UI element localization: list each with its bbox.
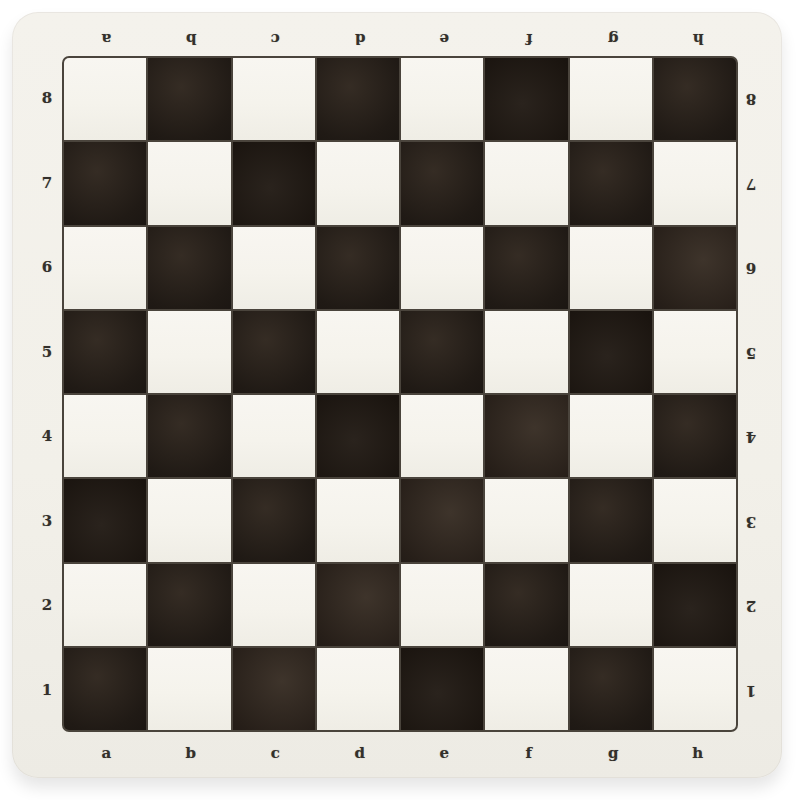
- square-h6[interactable]: [654, 227, 736, 309]
- square-c2[interactable]: [233, 564, 315, 646]
- square-c4[interactable]: [233, 395, 315, 477]
- square-d6[interactable]: [317, 227, 399, 309]
- square-b5[interactable]: [148, 311, 230, 393]
- square-g4[interactable]: [570, 395, 652, 477]
- file-labels-top: abcdefgh: [64, 26, 740, 52]
- square-a6[interactable]: [64, 227, 146, 309]
- square-h5[interactable]: [654, 311, 736, 393]
- square-g7[interactable]: [570, 142, 652, 224]
- file-labels-bottom: abcdefgh: [64, 740, 740, 766]
- square-c3[interactable]: [233, 479, 315, 561]
- file-bottom-label-a: a: [64, 740, 149, 766]
- rank-left-label-6: 6: [34, 225, 60, 310]
- square-c7[interactable]: [233, 142, 315, 224]
- square-e2[interactable]: [401, 564, 483, 646]
- square-f5[interactable]: [485, 311, 567, 393]
- square-g8[interactable]: [570, 58, 652, 140]
- file-top-label-a: a: [64, 26, 149, 52]
- rank-right-label-1: 1: [738, 648, 764, 733]
- square-f1[interactable]: [485, 648, 567, 730]
- square-f4[interactable]: [485, 395, 567, 477]
- file-bottom-label-f: f: [487, 740, 572, 766]
- square-b1[interactable]: [148, 648, 230, 730]
- square-a1[interactable]: [64, 648, 146, 730]
- square-d4[interactable]: [317, 395, 399, 477]
- rank-right-label-3: 3: [738, 479, 764, 564]
- square-a2[interactable]: [64, 564, 146, 646]
- square-d1[interactable]: [317, 648, 399, 730]
- board-photo: abcdefgh 87654321 87654321 abcdefgh: [0, 0, 800, 800]
- square-e5[interactable]: [401, 311, 483, 393]
- square-a7[interactable]: [64, 142, 146, 224]
- square-f6[interactable]: [485, 227, 567, 309]
- rank-right-label-2: 2: [738, 563, 764, 648]
- chess-board-grid: [62, 56, 738, 732]
- square-a5[interactable]: [64, 311, 146, 393]
- chess-board-mat: abcdefgh 87654321 87654321 abcdefgh: [12, 12, 782, 778]
- square-b3[interactable]: [148, 479, 230, 561]
- square-g3[interactable]: [570, 479, 652, 561]
- square-h1[interactable]: [654, 648, 736, 730]
- square-g6[interactable]: [570, 227, 652, 309]
- file-bottom-label-h: h: [656, 740, 741, 766]
- square-g1[interactable]: [570, 648, 652, 730]
- square-b4[interactable]: [148, 395, 230, 477]
- square-f7[interactable]: [485, 142, 567, 224]
- rank-left-label-1: 1: [34, 648, 60, 733]
- square-e7[interactable]: [401, 142, 483, 224]
- file-top-label-e: e: [402, 26, 487, 52]
- file-top-label-d: d: [318, 26, 403, 52]
- square-f3[interactable]: [485, 479, 567, 561]
- rank-left-label-8: 8: [34, 56, 60, 141]
- square-h3[interactable]: [654, 479, 736, 561]
- square-b2[interactable]: [148, 564, 230, 646]
- rank-right-label-7: 7: [738, 141, 764, 226]
- square-e8[interactable]: [401, 58, 483, 140]
- file-top-label-b: b: [149, 26, 234, 52]
- file-bottom-label-b: b: [149, 740, 234, 766]
- square-d5[interactable]: [317, 311, 399, 393]
- square-d3[interactable]: [317, 479, 399, 561]
- rank-right-label-5: 5: [738, 310, 764, 395]
- file-bottom-label-e: e: [402, 740, 487, 766]
- file-top-label-f: f: [487, 26, 572, 52]
- square-b7[interactable]: [148, 142, 230, 224]
- square-c1[interactable]: [233, 648, 315, 730]
- file-top-label-g: g: [571, 26, 656, 52]
- square-e1[interactable]: [401, 648, 483, 730]
- file-bottom-label-g: g: [571, 740, 656, 766]
- square-f8[interactable]: [485, 58, 567, 140]
- square-e4[interactable]: [401, 395, 483, 477]
- file-bottom-label-d: d: [318, 740, 403, 766]
- square-e3[interactable]: [401, 479, 483, 561]
- square-h2[interactable]: [654, 564, 736, 646]
- square-f2[interactable]: [485, 564, 567, 646]
- square-d8[interactable]: [317, 58, 399, 140]
- rank-labels-right: 87654321: [738, 56, 764, 732]
- rank-left-label-5: 5: [34, 310, 60, 395]
- rank-right-label-6: 6: [738, 225, 764, 310]
- square-b8[interactable]: [148, 58, 230, 140]
- square-b6[interactable]: [148, 227, 230, 309]
- rank-right-label-8: 8: [738, 56, 764, 141]
- square-a4[interactable]: [64, 395, 146, 477]
- square-h4[interactable]: [654, 395, 736, 477]
- file-top-label-h: h: [656, 26, 741, 52]
- file-top-label-c: c: [233, 26, 318, 52]
- square-c8[interactable]: [233, 58, 315, 140]
- square-g5[interactable]: [570, 311, 652, 393]
- square-c5[interactable]: [233, 311, 315, 393]
- square-d2[interactable]: [317, 564, 399, 646]
- rank-labels-left: 87654321: [34, 56, 60, 732]
- square-a8[interactable]: [64, 58, 146, 140]
- square-e6[interactable]: [401, 227, 483, 309]
- rank-right-label-4: 4: [738, 394, 764, 479]
- square-g2[interactable]: [570, 564, 652, 646]
- rank-left-label-4: 4: [34, 394, 60, 479]
- rank-left-label-3: 3: [34, 479, 60, 564]
- file-bottom-label-c: c: [233, 740, 318, 766]
- square-c6[interactable]: [233, 227, 315, 309]
- square-a3[interactable]: [64, 479, 146, 561]
- square-d7[interactable]: [317, 142, 399, 224]
- rank-left-label-7: 7: [34, 141, 60, 226]
- square-h8[interactable]: [654, 58, 736, 140]
- rank-left-label-2: 2: [34, 563, 60, 648]
- square-h7[interactable]: [654, 142, 736, 224]
